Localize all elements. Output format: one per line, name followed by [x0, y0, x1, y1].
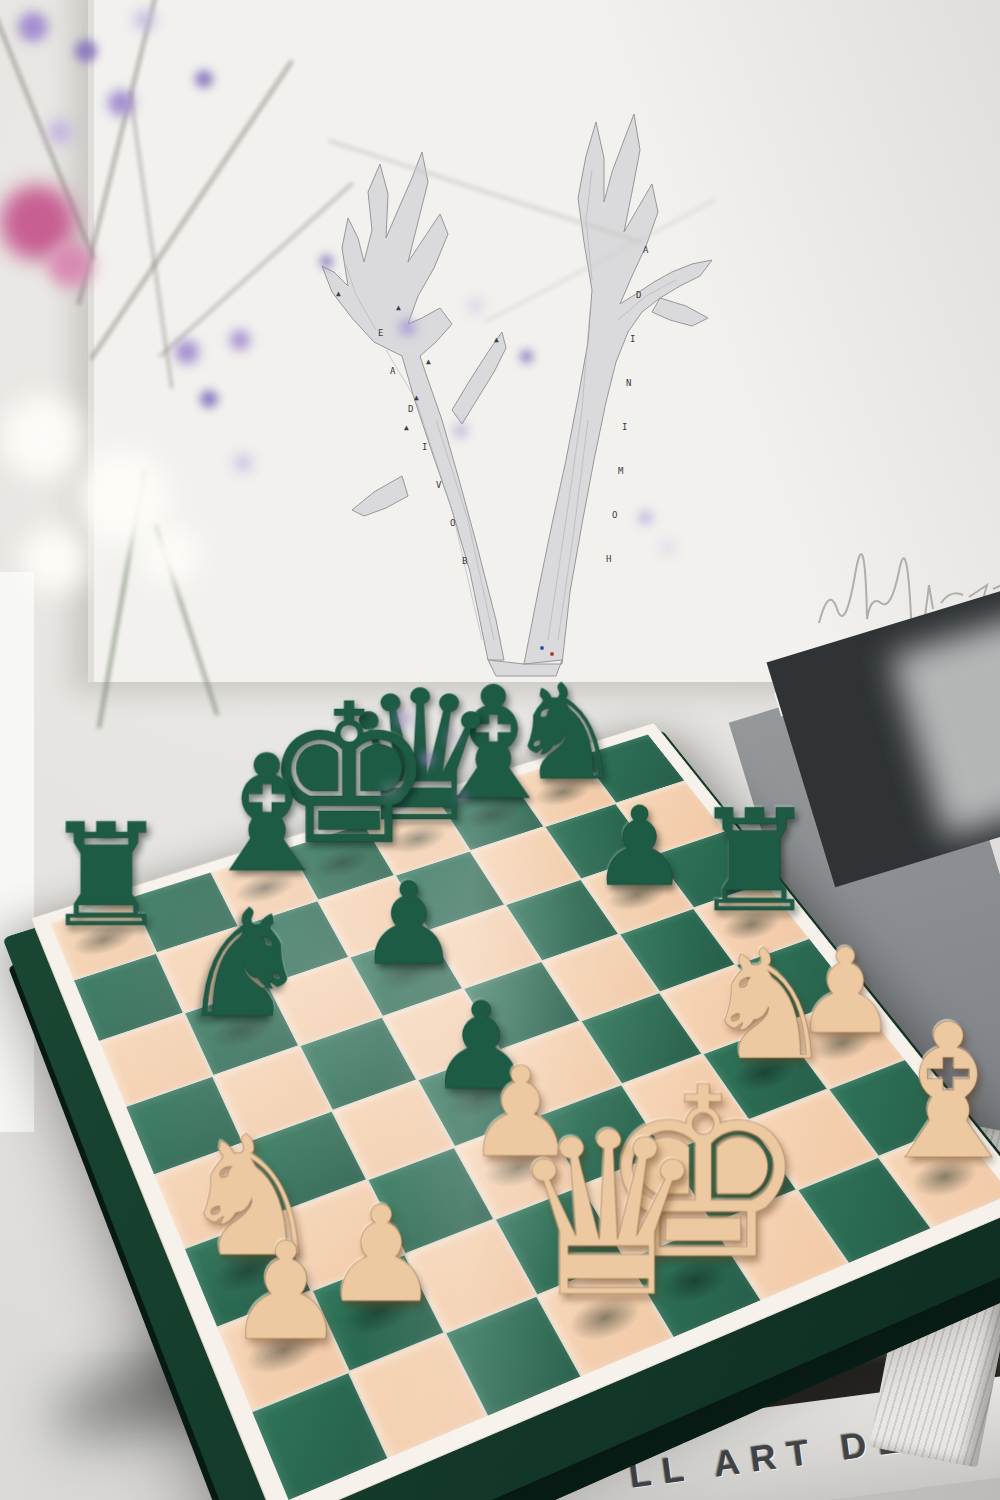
- purple-flower: [235, 455, 251, 471]
- purple-flower: [400, 320, 415, 335]
- white-flower: [140, 525, 200, 585]
- purple-flower: [75, 40, 97, 62]
- purple-flower: [398, 712, 411, 725]
- svg-text:I: I: [622, 422, 627, 432]
- svg-text:D: D: [408, 404, 413, 414]
- purple-flower: [18, 12, 48, 42]
- purple-flower: [663, 543, 672, 552]
- knight-glyph: ♞: [155, 893, 334, 1034]
- purple-flower: [108, 90, 134, 116]
- svg-text:▲: ▲: [426, 357, 431, 366]
- svg-text:D: D: [636, 290, 641, 300]
- photo-stage: EADIVOBADINIMOH ▲▲▲▲▲▲: [0, 0, 1000, 1500]
- pawn-glyph: ♟: [183, 1227, 389, 1355]
- purple-flower: [200, 390, 218, 408]
- purple-flower: [135, 10, 155, 30]
- purple-flower: [455, 425, 466, 436]
- purple-flower: [48, 120, 72, 144]
- pawn-glyph: ♟: [322, 870, 496, 978]
- svg-text:I: I: [422, 442, 427, 452]
- chess-board[interactable]: ♜♝♚♛♝♞♞♟♟♜♟♞♟♞♟♟♟♛♚♝: [50, 735, 1000, 1500]
- purple-flower: [175, 340, 199, 364]
- framed-print: EADIVOBADINIMOH ▲▲▲▲▲▲: [88, 0, 1000, 682]
- right-branch: [488, 114, 712, 676]
- svg-text:M: M: [618, 466, 624, 476]
- purple-flower: [520, 350, 533, 363]
- white-flower: [0, 395, 85, 480]
- svg-text:N: N: [626, 378, 631, 388]
- svg-text:O: O: [450, 518, 455, 528]
- rook-glyph: ♜: [669, 794, 839, 928]
- left-branch: [322, 152, 506, 660]
- svg-text:▲: ▲: [414, 393, 419, 402]
- purple-flower: [230, 330, 250, 350]
- antler-tree-sketch: EADIVOBADINIMOH ▲▲▲▲▲▲: [256, 80, 816, 680]
- pink-flower: [48, 242, 93, 287]
- svg-text:▲: ▲: [404, 423, 409, 432]
- purple-flower: [470, 300, 481, 311]
- svg-text:E: E: [378, 328, 383, 338]
- purple-flower: [458, 792, 466, 800]
- bishop-glyph: ♝: [184, 738, 350, 892]
- purple-flower: [422, 753, 433, 764]
- bishop-glyph: ♝: [853, 1005, 1000, 1182]
- purple-flower: [320, 255, 333, 268]
- svg-text:A: A: [390, 366, 396, 376]
- svg-text:I: I: [630, 334, 635, 344]
- chessboard-scene: ♜♝♚♛♝♞♞♟♟♜♟♞♟♞♟♟♟♛♚♝: [0, 610, 1000, 1490]
- svg-text:O: O: [612, 510, 617, 520]
- svg-text:H: H: [606, 554, 611, 564]
- purple-flower: [448, 733, 457, 742]
- white-flower: [20, 525, 90, 595]
- purple-flower: [640, 512, 651, 523]
- svg-text:▲: ▲: [336, 289, 341, 298]
- svg-text:A: A: [643, 245, 649, 255]
- svg-text:V: V: [436, 480, 442, 490]
- svg-text:B: B: [462, 556, 467, 566]
- queen-glyph: ♛: [506, 1108, 709, 1323]
- svg-text:▲: ▲: [396, 303, 401, 312]
- svg-text:▲: ▲: [494, 335, 499, 344]
- purple-flower: [386, 786, 395, 795]
- purple-flower: [195, 70, 213, 88]
